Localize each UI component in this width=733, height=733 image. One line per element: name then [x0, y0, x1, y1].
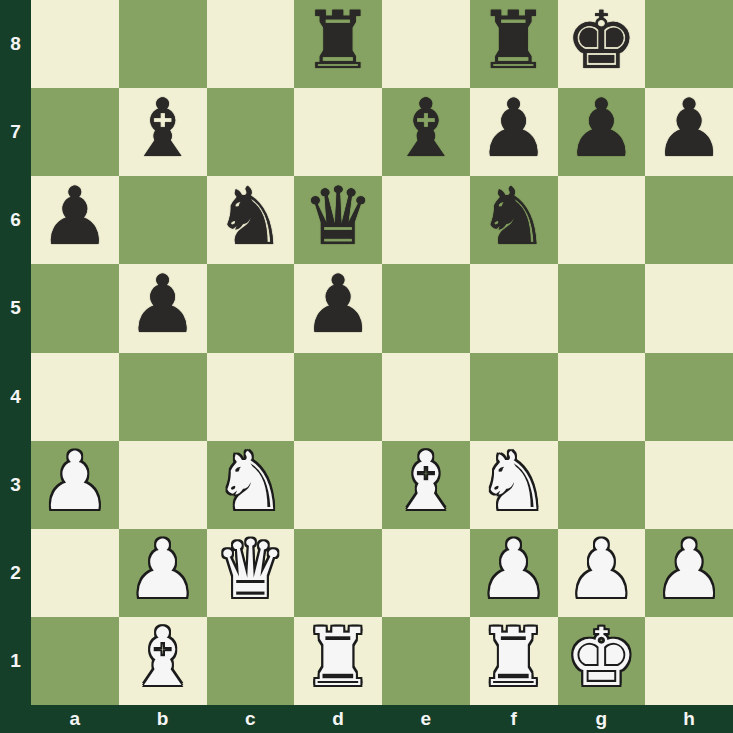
file-label-a: a — [31, 705, 119, 733]
square-a7[interactable] — [31, 88, 119, 176]
square-c2[interactable]: ♛ — [207, 529, 295, 617]
black-queen[interactable]: ♛ — [302, 177, 374, 257]
square-h5[interactable] — [645, 264, 733, 352]
black-pawn[interactable]: ♟ — [653, 89, 725, 169]
square-c5[interactable] — [207, 264, 295, 352]
black-bishop[interactable]: ♝ — [390, 89, 462, 169]
white-bishop[interactable]: ♝ — [390, 442, 462, 522]
square-f3[interactable]: ♞ — [470, 441, 558, 529]
file-label-h: h — [645, 705, 733, 733]
square-e4[interactable] — [382, 353, 470, 441]
square-h6[interactable] — [645, 176, 733, 264]
black-knight[interactable]: ♞ — [215, 177, 287, 257]
rank-label-8: 8 — [0, 0, 31, 88]
white-knight[interactable]: ♞ — [215, 442, 287, 522]
file-label-g: g — [558, 705, 646, 733]
square-a4[interactable] — [31, 353, 119, 441]
white-pawn[interactable]: ♟ — [127, 530, 199, 610]
white-bishop[interactable]: ♝ — [127, 618, 199, 698]
square-e8[interactable] — [382, 0, 470, 88]
black-pawn[interactable]: ♟ — [302, 265, 374, 345]
square-h2[interactable]: ♟ — [645, 529, 733, 617]
black-rook[interactable]: ♜ — [302, 1, 374, 81]
rank-label-3: 3 — [0, 441, 31, 529]
file-label-e: e — [382, 705, 470, 733]
rank-label-1: 1 — [0, 617, 31, 705]
square-g1[interactable]: ♚ — [558, 617, 646, 705]
square-b5[interactable]: ♟ — [119, 264, 207, 352]
square-f7[interactable]: ♟ — [470, 88, 558, 176]
square-a2[interactable] — [31, 529, 119, 617]
white-king[interactable]: ♚ — [566, 618, 638, 698]
square-e1[interactable] — [382, 617, 470, 705]
rank-label-4: 4 — [0, 353, 31, 441]
square-e3[interactable]: ♝ — [382, 441, 470, 529]
white-pawn[interactable]: ♟ — [566, 530, 638, 610]
black-pawn[interactable]: ♟ — [39, 177, 111, 257]
square-b1[interactable]: ♝ — [119, 617, 207, 705]
file-label-d: d — [294, 705, 382, 733]
square-g8[interactable]: ♚ — [558, 0, 646, 88]
square-e6[interactable] — [382, 176, 470, 264]
file-label-b: b — [119, 705, 207, 733]
square-f5[interactable] — [470, 264, 558, 352]
chess-board: 8♜♜♚7♝♝♟♟♟6♟♞♛♞5♟♟43♟♞♝♞2♟♛♟♟♟1♝♜♜♚abcde… — [0, 0, 733, 733]
square-d8[interactable]: ♜ — [294, 0, 382, 88]
square-g4[interactable] — [558, 353, 646, 441]
square-b6[interactable] — [119, 176, 207, 264]
square-a8[interactable] — [31, 0, 119, 88]
black-pawn[interactable]: ♟ — [127, 265, 199, 345]
board-corner — [0, 705, 31, 733]
white-knight[interactable]: ♞ — [478, 442, 550, 522]
black-knight[interactable]: ♞ — [478, 177, 550, 257]
square-d5[interactable]: ♟ — [294, 264, 382, 352]
square-e7[interactable]: ♝ — [382, 88, 470, 176]
square-d6[interactable]: ♛ — [294, 176, 382, 264]
black-pawn[interactable]: ♟ — [478, 89, 550, 169]
square-b3[interactable] — [119, 441, 207, 529]
black-bishop[interactable]: ♝ — [127, 89, 199, 169]
square-c3[interactable]: ♞ — [207, 441, 295, 529]
square-h1[interactable] — [645, 617, 733, 705]
square-g5[interactable] — [558, 264, 646, 352]
square-g3[interactable] — [558, 441, 646, 529]
white-pawn[interactable]: ♟ — [653, 530, 725, 610]
square-c6[interactable]: ♞ — [207, 176, 295, 264]
square-f6[interactable]: ♞ — [470, 176, 558, 264]
rank-label-7: 7 — [0, 88, 31, 176]
square-g6[interactable] — [558, 176, 646, 264]
square-f2[interactable]: ♟ — [470, 529, 558, 617]
rank-label-5: 5 — [0, 264, 31, 352]
black-rook[interactable]: ♜ — [478, 1, 550, 81]
square-a3[interactable]: ♟ — [31, 441, 119, 529]
file-label-f: f — [470, 705, 558, 733]
square-b8[interactable] — [119, 0, 207, 88]
square-e5[interactable] — [382, 264, 470, 352]
black-pawn[interactable]: ♟ — [566, 89, 638, 169]
square-d1[interactable]: ♜ — [294, 617, 382, 705]
file-label-c: c — [207, 705, 295, 733]
square-d3[interactable] — [294, 441, 382, 529]
square-d7[interactable] — [294, 88, 382, 176]
square-d4[interactable] — [294, 353, 382, 441]
square-c7[interactable] — [207, 88, 295, 176]
square-f4[interactable] — [470, 353, 558, 441]
square-a6[interactable]: ♟ — [31, 176, 119, 264]
white-pawn[interactable]: ♟ — [39, 442, 111, 522]
square-f1[interactable]: ♜ — [470, 617, 558, 705]
square-h8[interactable] — [645, 0, 733, 88]
rank-label-6: 6 — [0, 176, 31, 264]
square-c1[interactable] — [207, 617, 295, 705]
square-e2[interactable] — [382, 529, 470, 617]
white-pawn[interactable]: ♟ — [478, 530, 550, 610]
square-h7[interactable]: ♟ — [645, 88, 733, 176]
white-rook[interactable]: ♜ — [302, 618, 374, 698]
square-c4[interactable] — [207, 353, 295, 441]
square-c8[interactable] — [207, 0, 295, 88]
square-g2[interactable]: ♟ — [558, 529, 646, 617]
square-d2[interactable] — [294, 529, 382, 617]
square-b2[interactable]: ♟ — [119, 529, 207, 617]
square-b4[interactable] — [119, 353, 207, 441]
square-h4[interactable] — [645, 353, 733, 441]
white-rook[interactable]: ♜ — [478, 618, 550, 698]
square-a5[interactable] — [31, 264, 119, 352]
black-king[interactable]: ♚ — [566, 1, 638, 81]
square-f8[interactable]: ♜ — [470, 0, 558, 88]
square-a1[interactable] — [31, 617, 119, 705]
rank-label-2: 2 — [0, 529, 31, 617]
square-g7[interactable]: ♟ — [558, 88, 646, 176]
white-queen[interactable]: ♛ — [215, 530, 287, 610]
square-h3[interactable] — [645, 441, 733, 529]
square-b7[interactable]: ♝ — [119, 88, 207, 176]
